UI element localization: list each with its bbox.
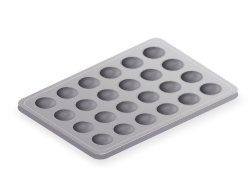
- product-photo: [0, 0, 250, 188]
- muffin-pan-top: [13, 35, 243, 157]
